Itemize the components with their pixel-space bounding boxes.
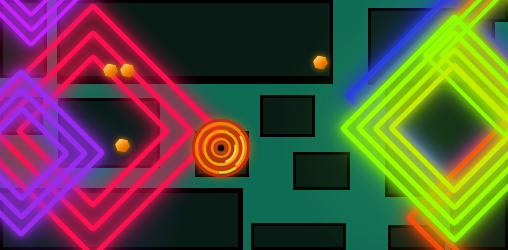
collectible-hexagon-face	[113, 137, 130, 152]
collectible-hexagon-face	[311, 54, 328, 69]
collectible-hexagon-face	[118, 62, 135, 77]
game-canvas[interactable]	[0, 0, 508, 250]
collectible-hexagon-icon	[103, 64, 118, 77]
items-layer	[0, 0, 508, 250]
collectible-hexagon-icon	[120, 64, 135, 77]
collectible-hexagon-icon	[313, 56, 328, 69]
player-spiral	[189, 116, 253, 180]
collectible-hexagon-face	[101, 62, 118, 77]
collectible-hexagon-icon	[115, 139, 130, 152]
